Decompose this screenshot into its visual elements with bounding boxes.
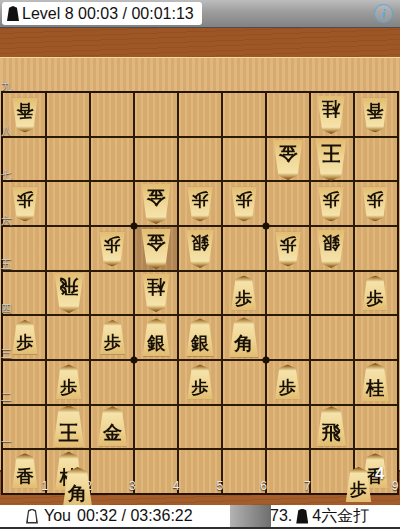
board-cell[interactable] xyxy=(223,227,265,270)
bottom-bar: You 00:32 / 03:36:22 73. 4六金打 xyxy=(0,505,400,529)
board-cell[interactable] xyxy=(135,450,177,493)
board-cell[interactable] xyxy=(223,406,265,449)
top-bar: Level 8 00:03 / 00:01:13 i xyxy=(0,0,400,28)
info-icon: i xyxy=(382,6,386,22)
player-time: 00:32 / 03:36:22 xyxy=(77,507,193,525)
board-cell[interactable] xyxy=(91,361,133,404)
board-cell[interactable] xyxy=(179,272,221,315)
board-cell[interactable] xyxy=(267,406,309,449)
gote-piece-icon xyxy=(26,509,38,524)
board-cell[interactable] xyxy=(267,450,309,493)
opponent-status-label: Level 8 00:03 / 00:01:13 xyxy=(22,5,194,23)
sente-piece-icon xyxy=(7,6,19,21)
board-cell[interactable] xyxy=(267,93,309,136)
rank-label: 四 xyxy=(1,301,13,316)
shogi-app: Level 8 00:03 / 00:01:13 i 123456789香桂香金… xyxy=(0,0,400,529)
board-cell[interactable] xyxy=(135,406,177,449)
board-cell[interactable] xyxy=(179,406,221,449)
board-cell[interactable] xyxy=(179,450,221,493)
board-cell[interactable] xyxy=(47,93,89,136)
board-cell[interactable] xyxy=(311,272,353,315)
table-surface: 123456789香桂香金王歩金歩歩歩歩歩金銀歩銀飛桂歩歩歩歩銀銀角歩歩歩桂王金… xyxy=(0,28,400,505)
board-cell[interactable] xyxy=(311,361,353,404)
rank-label: 六 xyxy=(1,213,13,228)
rank-label: 一 xyxy=(1,435,13,450)
board-cell[interactable] xyxy=(135,361,177,404)
board-cell[interactable] xyxy=(267,182,309,225)
player-status: You 00:32 / 03:36:22 xyxy=(26,505,193,527)
move-number: 73. xyxy=(270,507,292,525)
board-cell[interactable] xyxy=(91,182,133,225)
board-cell[interactable] xyxy=(47,182,89,225)
board-cell[interactable] xyxy=(223,93,265,136)
board-cell[interactable] xyxy=(267,316,309,359)
board-cell[interactable] xyxy=(179,138,221,181)
rank-label: 八 xyxy=(1,124,13,139)
last-move: 73. 4六金打 xyxy=(270,505,369,527)
board-cell[interactable] xyxy=(311,450,353,493)
board: 123456789香桂香金王歩金歩歩歩歩歩金銀歩銀飛桂歩歩歩歩銀銀角歩歩歩桂王金… xyxy=(0,57,400,472)
board-cell[interactable] xyxy=(47,138,89,181)
board-cell[interactable] xyxy=(91,272,133,315)
board-cell[interactable] xyxy=(91,450,133,493)
board-cell[interactable] xyxy=(47,316,89,359)
board-cell[interactable] xyxy=(355,316,397,359)
info-button[interactable]: i xyxy=(374,4,393,23)
board-cell[interactable] xyxy=(179,93,221,136)
board-cell[interactable] xyxy=(91,93,133,136)
rank-label: 三 xyxy=(1,346,13,361)
sente-piece-icon xyxy=(296,509,308,524)
rank-label: 二 xyxy=(1,390,13,405)
hand-piece-count: 4 xyxy=(375,464,384,484)
rank-label: 七 xyxy=(1,168,13,183)
board-cell[interactable] xyxy=(135,93,177,136)
board-cell[interactable] xyxy=(355,138,397,181)
move-text: 4六金打 xyxy=(312,506,369,527)
player-name: You xyxy=(44,507,71,525)
board-cell[interactable] xyxy=(311,316,353,359)
board-cell[interactable] xyxy=(223,138,265,181)
board-cell[interactable] xyxy=(223,450,265,493)
separator xyxy=(230,505,271,527)
board-cell[interactable] xyxy=(355,406,397,449)
board-cell[interactable] xyxy=(355,227,397,270)
board-cell[interactable] xyxy=(47,227,89,270)
rank-label: 五 xyxy=(1,257,13,272)
rank-label: 九 xyxy=(1,79,13,94)
board-cell[interactable] xyxy=(223,361,265,404)
board-cell[interactable] xyxy=(267,272,309,315)
board-cell[interactable] xyxy=(91,138,133,181)
board-cell[interactable] xyxy=(135,138,177,181)
opponent-status: Level 8 00:03 / 00:01:13 xyxy=(2,2,202,25)
